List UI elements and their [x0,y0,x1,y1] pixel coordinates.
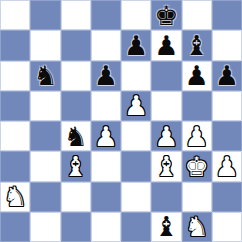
square-h5[interactable] [212,91,242,121]
square-h8[interactable] [212,0,242,30]
square-c7[interactable] [61,30,91,60]
black-pawn[interactable]: ♟ [154,32,178,59]
square-a3[interactable] [0,151,30,181]
square-a1[interactable] [0,212,30,242]
square-e6[interactable] [121,61,151,91]
square-e8[interactable] [121,0,151,30]
black-pawn[interactable]: ♟ [215,62,239,89]
black-pawn[interactable]: ♟ [94,62,118,89]
white-pawn[interactable]: ♟ [94,123,118,150]
white-bishop[interactable]: ♝ [154,153,178,180]
square-d5[interactable] [91,91,121,121]
square-b2[interactable] [30,182,60,212]
square-b6[interactable]: ♞ [30,61,60,91]
square-d6[interactable]: ♟ [91,61,121,91]
square-b8[interactable] [30,0,60,30]
square-a8[interactable] [0,0,30,30]
black-bishop[interactable]: ♝ [185,32,209,59]
square-e1[interactable] [121,212,151,242]
square-f8[interactable]: ♚ [151,0,181,30]
square-a2[interactable]: ♞ [0,182,30,212]
black-king[interactable]: ♚ [154,2,178,29]
square-f1[interactable]: ♝ [151,212,181,242]
square-h1[interactable] [212,212,242,242]
square-c3[interactable]: ♝ [61,151,91,181]
square-c8[interactable] [61,0,91,30]
square-d1[interactable] [91,212,121,242]
white-knight[interactable]: ♞ [185,213,209,240]
square-b5[interactable] [30,91,60,121]
square-d7[interactable] [91,30,121,60]
square-a6[interactable] [0,61,30,91]
square-g3[interactable]: ♚ [182,151,212,181]
square-a4[interactable] [0,121,30,151]
square-d2[interactable] [91,182,121,212]
square-f6[interactable] [151,61,181,91]
square-e7[interactable]: ♟ [121,30,151,60]
black-pawn[interactable]: ♟ [124,32,148,59]
square-h7[interactable] [212,30,242,60]
white-pawn[interactable]: ♟ [154,123,178,150]
square-d3[interactable] [91,151,121,181]
square-g5[interactable] [182,91,212,121]
square-f3[interactable]: ♝ [151,151,181,181]
square-b1[interactable] [30,212,60,242]
square-e3[interactable] [121,151,151,181]
square-g7[interactable]: ♝ [182,30,212,60]
square-h2[interactable] [212,182,242,212]
white-pawn[interactable]: ♟ [185,123,209,150]
white-king[interactable]: ♚ [185,153,209,180]
square-g2[interactable] [182,182,212,212]
chess-board: ♚♟♟♝♞♟♟♟♟♞♟♟♟♝♝♚♟♞♝♞ [0,0,242,242]
square-c1[interactable] [61,212,91,242]
square-h3[interactable]: ♟ [212,151,242,181]
square-f4[interactable]: ♟ [151,121,181,151]
square-b4[interactable] [30,121,60,151]
black-pawn[interactable]: ♟ [185,62,209,89]
square-g4[interactable]: ♟ [182,121,212,151]
square-e4[interactable] [121,121,151,151]
square-c2[interactable] [61,182,91,212]
square-d8[interactable] [91,0,121,30]
square-h6[interactable]: ♟ [212,61,242,91]
white-pawn[interactable]: ♟ [124,92,148,119]
black-knight[interactable]: ♞ [64,123,88,150]
square-h4[interactable] [212,121,242,151]
square-a7[interactable] [0,30,30,60]
square-b7[interactable] [30,30,60,60]
white-pawn[interactable]: ♟ [215,153,239,180]
square-d4[interactable]: ♟ [91,121,121,151]
square-g6[interactable]: ♟ [182,61,212,91]
square-g8[interactable] [182,0,212,30]
square-f2[interactable] [151,182,181,212]
square-a5[interactable] [0,91,30,121]
square-e5[interactable]: ♟ [121,91,151,121]
square-c5[interactable] [61,91,91,121]
square-g1[interactable]: ♞ [182,212,212,242]
square-e2[interactable] [121,182,151,212]
square-c4[interactable]: ♞ [61,121,91,151]
black-knight[interactable]: ♞ [33,62,57,89]
square-f7[interactable]: ♟ [151,30,181,60]
square-f5[interactable] [151,91,181,121]
white-knight[interactable]: ♞ [3,183,27,210]
black-bishop[interactable]: ♝ [154,213,178,240]
square-b3[interactable] [30,151,60,181]
square-c6[interactable] [61,61,91,91]
white-bishop[interactable]: ♝ [64,153,88,180]
